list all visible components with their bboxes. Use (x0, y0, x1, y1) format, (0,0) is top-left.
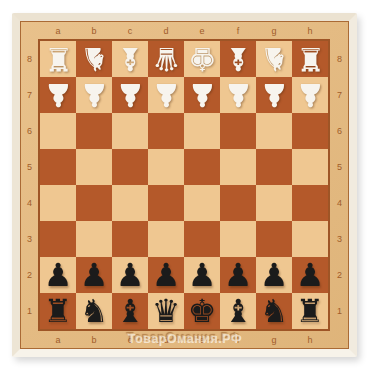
square-b2[interactable]: ♟ (76, 257, 112, 293)
board-margin: abcdefgh abcdefgh 87654321 87654321 ♜♞♝♛… (20, 21, 349, 349)
white-pawn: ♟ (116, 79, 145, 111)
rank-label: 7 (22, 77, 37, 113)
square-c7[interactable]: ♟ (112, 77, 148, 113)
white-pawn: ♟ (224, 79, 253, 111)
file-label: d (148, 23, 184, 38)
file-label: h (292, 332, 328, 347)
rank-labels-right: 87654321 (332, 41, 347, 329)
square-h2[interactable]: ♟ (292, 257, 328, 293)
black-pawn: ♟ (80, 259, 109, 291)
rank-label: 2 (22, 257, 37, 293)
file-label: e (184, 332, 220, 347)
white-pawn: ♟ (260, 79, 289, 111)
square-g8[interactable]: ♞ (256, 41, 292, 77)
square-b8[interactable]: ♞ (76, 41, 112, 77)
square-e4[interactable] (184, 185, 220, 221)
square-c1[interactable]: ♝ (112, 293, 148, 329)
square-h7[interactable]: ♟ (292, 77, 328, 113)
square-a2[interactable]: ♟ (40, 257, 76, 293)
square-e3[interactable] (184, 221, 220, 257)
square-c2[interactable]: ♟ (112, 257, 148, 293)
black-pawn: ♟ (44, 259, 73, 291)
square-c8[interactable]: ♝ (112, 41, 148, 77)
black-pawn: ♟ (260, 259, 289, 291)
square-g4[interactable] (256, 185, 292, 221)
rank-label: 2 (332, 257, 347, 293)
rank-label: 6 (22, 113, 37, 149)
white-pawn: ♟ (80, 79, 109, 111)
file-labels-bottom: abcdefgh (40, 332, 328, 347)
file-label: h (292, 23, 328, 38)
square-f5[interactable] (220, 149, 256, 185)
rank-label: 7 (332, 77, 347, 113)
black-bishop: ♝ (116, 295, 145, 327)
file-label: c (112, 23, 148, 38)
square-d1[interactable]: ♛ (148, 293, 184, 329)
square-b5[interactable] (76, 149, 112, 185)
square-h4[interactable] (292, 185, 328, 221)
rank-label: 3 (22, 221, 37, 257)
white-rook: ♜ (44, 43, 73, 75)
square-d7[interactable]: ♟ (148, 77, 184, 113)
square-d3[interactable] (148, 221, 184, 257)
square-f6[interactable] (220, 113, 256, 149)
rank-label: 6 (332, 113, 347, 149)
square-e8[interactable]: ♚ (184, 41, 220, 77)
file-label: f (220, 332, 256, 347)
square-d8[interactable]: ♛ (148, 41, 184, 77)
square-e6[interactable] (184, 113, 220, 149)
square-d4[interactable] (148, 185, 184, 221)
square-f2[interactable]: ♟ (220, 257, 256, 293)
square-f4[interactable] (220, 185, 256, 221)
white-pawn: ♟ (188, 79, 217, 111)
file-labels-top: abcdefgh (40, 23, 328, 38)
white-pawn: ♟ (296, 79, 325, 111)
square-h1[interactable]: ♜ (292, 293, 328, 329)
product-photo: abcdefgh abcdefgh 87654321 87654321 ♜♞♝♛… (0, 0, 370, 370)
chess-grid: ♜♞♝♛♚♝♞♜♟♟♟♟♟♟♟♟♟♟♟♟♟♟♟♟♜♞♝♛♚♝♞♜ (38, 39, 330, 331)
square-f1[interactable]: ♝ (220, 293, 256, 329)
square-e1[interactable]: ♚ (184, 293, 220, 329)
square-b7[interactable]: ♟ (76, 77, 112, 113)
black-queen: ♛ (152, 295, 181, 327)
white-king: ♚ (188, 43, 217, 75)
file-label: e (184, 23, 220, 38)
file-label: c (112, 332, 148, 347)
square-g2[interactable]: ♟ (256, 257, 292, 293)
square-a4[interactable] (40, 185, 76, 221)
black-pawn: ♟ (224, 259, 253, 291)
square-a8[interactable]: ♜ (40, 41, 76, 77)
rank-label: 5 (332, 149, 347, 185)
file-label: b (76, 23, 112, 38)
black-bishop: ♝ (224, 295, 253, 327)
square-a5[interactable] (40, 149, 76, 185)
square-c6[interactable] (112, 113, 148, 149)
rank-labels-left: 87654321 (22, 41, 37, 329)
square-h3[interactable] (292, 221, 328, 257)
square-f7[interactable]: ♟ (220, 77, 256, 113)
square-h8[interactable]: ♜ (292, 41, 328, 77)
square-e5[interactable] (184, 149, 220, 185)
white-rook: ♜ (296, 43, 325, 75)
rank-label: 5 (22, 149, 37, 185)
white-bishop: ♝ (224, 43, 253, 75)
black-rook: ♜ (44, 295, 73, 327)
square-b1[interactable]: ♞ (76, 293, 112, 329)
black-rook: ♜ (296, 295, 325, 327)
square-a1[interactable]: ♜ (40, 293, 76, 329)
black-pawn: ♟ (296, 259, 325, 291)
square-g3[interactable] (256, 221, 292, 257)
file-label: b (76, 332, 112, 347)
white-bishop: ♝ (116, 43, 145, 75)
white-knight: ♞ (80, 43, 109, 75)
white-pawn: ♟ (44, 79, 73, 111)
board-frame: abcdefgh abcdefgh 87654321 87654321 ♜♞♝♛… (12, 13, 357, 357)
square-e7[interactable]: ♟ (184, 77, 220, 113)
square-e2[interactable]: ♟ (184, 257, 220, 293)
square-c4[interactable] (112, 185, 148, 221)
rank-label: 8 (22, 41, 37, 77)
square-g5[interactable] (256, 149, 292, 185)
rank-label: 4 (22, 185, 37, 221)
file-label: d (148, 332, 184, 347)
square-g1[interactable]: ♞ (256, 293, 292, 329)
square-c3[interactable] (112, 221, 148, 257)
rank-label: 4 (332, 185, 347, 221)
black-pawn: ♟ (152, 259, 181, 291)
square-a6[interactable] (40, 113, 76, 149)
square-b4[interactable] (76, 185, 112, 221)
file-label: a (40, 332, 76, 347)
square-c5[interactable] (112, 149, 148, 185)
file-label: f (220, 23, 256, 38)
square-f3[interactable] (220, 221, 256, 257)
black-knight: ♞ (260, 295, 289, 327)
square-a3[interactable] (40, 221, 76, 257)
square-d6[interactable] (148, 113, 184, 149)
square-d5[interactable] (148, 149, 184, 185)
square-b3[interactable] (76, 221, 112, 257)
square-d2[interactable]: ♟ (148, 257, 184, 293)
square-f8[interactable]: ♝ (220, 41, 256, 77)
file-label: a (40, 23, 76, 38)
square-b6[interactable] (76, 113, 112, 149)
square-g7[interactable]: ♟ (256, 77, 292, 113)
file-label: g (256, 332, 292, 347)
file-label: g (256, 23, 292, 38)
black-pawn: ♟ (116, 259, 145, 291)
black-king: ♚ (188, 295, 217, 327)
rank-label: 8 (332, 41, 347, 77)
black-knight: ♞ (80, 295, 109, 327)
square-h6[interactable] (292, 113, 328, 149)
rank-label: 1 (332, 293, 347, 329)
square-a7[interactable]: ♟ (40, 77, 76, 113)
white-queen: ♛ (152, 43, 181, 75)
black-pawn: ♟ (188, 259, 217, 291)
white-pawn: ♟ (152, 79, 181, 111)
square-h5[interactable] (292, 149, 328, 185)
square-g6[interactable] (256, 113, 292, 149)
white-knight: ♞ (260, 43, 289, 75)
rank-label: 3 (332, 221, 347, 257)
rank-label: 1 (22, 293, 37, 329)
